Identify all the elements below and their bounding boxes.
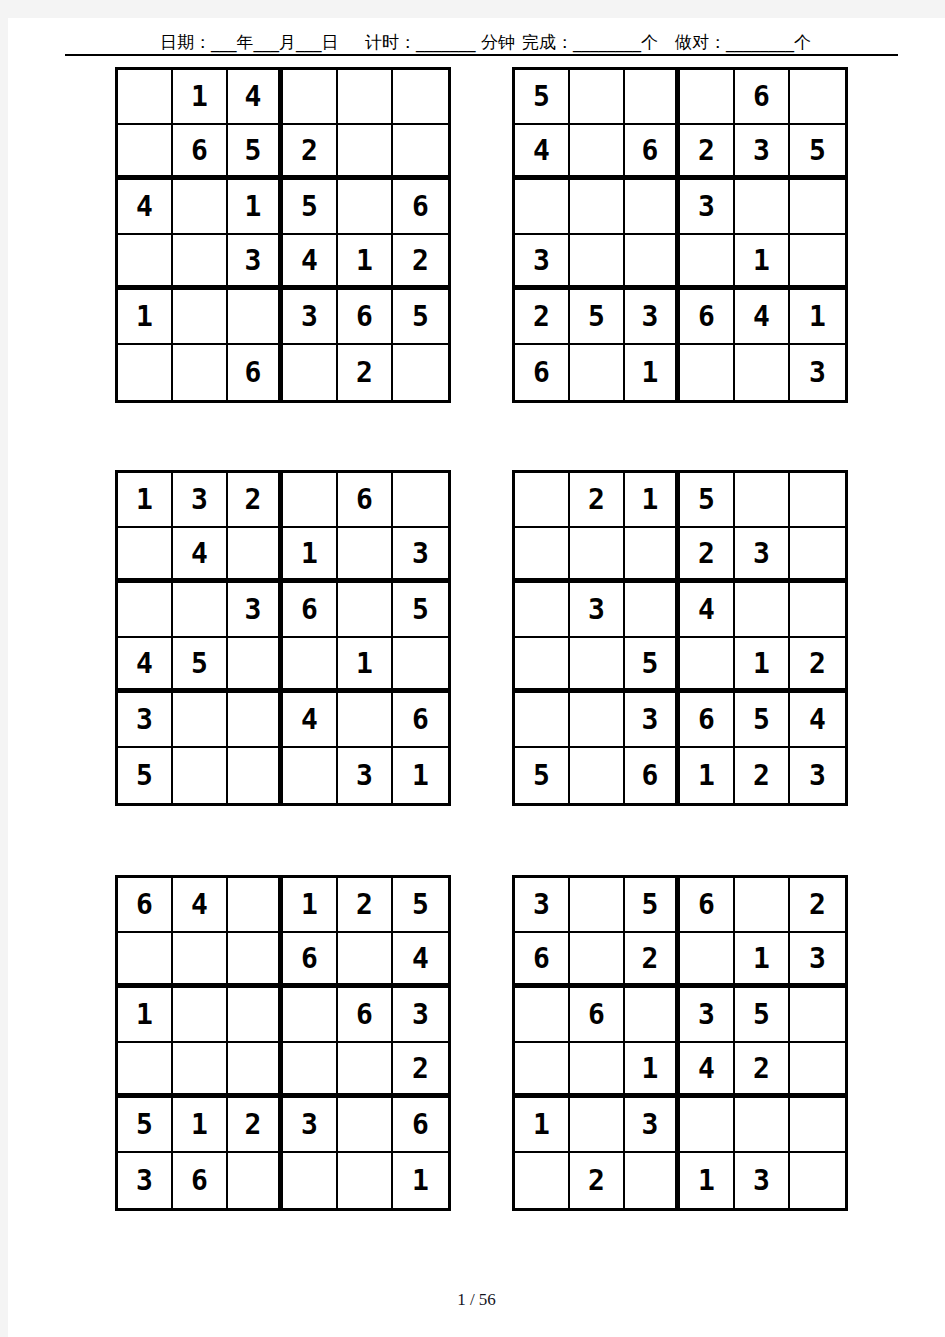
sudoku-cell-empty [228, 988, 283, 1043]
sudoku-cell-given: 1 [625, 1043, 680, 1098]
sudoku-cell-given: 6 [228, 345, 283, 400]
sudoku-cell-empty [283, 638, 338, 693]
sudoku-cell-given: 1 [338, 638, 393, 693]
sudoku-cell-given: 3 [118, 693, 173, 748]
sudoku-cell-given: 4 [118, 180, 173, 235]
sudoku-cell-empty [283, 1153, 338, 1208]
sudoku-cell-empty [118, 70, 173, 125]
sudoku-cell-empty [680, 345, 735, 400]
sudoku-cell-empty [790, 583, 845, 638]
sudoku-cell-empty [735, 473, 790, 528]
sudoku-cell-given: 5 [283, 180, 338, 235]
sudoku-cell-given: 6 [680, 878, 735, 933]
sudoku-cell-empty [570, 933, 625, 988]
sudoku-cell-empty [570, 748, 625, 803]
sudoku-cell-given: 3 [735, 125, 790, 180]
sudoku-cell-empty [570, 638, 625, 693]
sudoku-cell-given: 2 [338, 878, 393, 933]
sudoku-cell-empty [283, 1043, 338, 1098]
sudoku-cell-empty [570, 180, 625, 235]
sudoku-cell-empty [570, 693, 625, 748]
worksheet-page: 日期：___年___月___日 计时：_______ 分钟 完成：_______… [8, 18, 945, 1337]
sudoku-cell-given: 5 [118, 1098, 173, 1153]
sudoku-cell-empty [118, 933, 173, 988]
sudoku-cell-given: 3 [118, 1153, 173, 1208]
sudoku-cell-given: 3 [625, 290, 680, 345]
sudoku-cell-empty [173, 988, 228, 1043]
sudoku-cell-empty [173, 693, 228, 748]
sudoku-cell-empty [570, 1043, 625, 1098]
sudoku-cell-given: 6 [283, 583, 338, 638]
sudoku-cell-given: 6 [338, 473, 393, 528]
sudoku-cell-empty [790, 1153, 845, 1208]
sudoku-cell-empty [283, 70, 338, 125]
sudoku-cell-empty [625, 235, 680, 290]
sudoku-cell-empty [790, 70, 845, 125]
sudoku-cell-empty [228, 638, 283, 693]
sudoku-cell-given: 1 [680, 1153, 735, 1208]
sudoku-cell-given: 3 [570, 583, 625, 638]
completed-field: 完成：________个 [522, 31, 658, 53]
sudoku-cell-empty [790, 1098, 845, 1153]
sudoku-cell-given: 1 [283, 878, 338, 933]
sudoku-cell-given: 4 [515, 125, 570, 180]
sudoku-cell-empty [118, 125, 173, 180]
sudoku-cell-given: 6 [515, 345, 570, 400]
sudoku-cell-empty [570, 528, 625, 583]
sudoku-cell-empty [228, 1043, 283, 1098]
sudoku-cell-given: 2 [393, 235, 448, 290]
sudoku-cell-empty [515, 583, 570, 638]
sudoku-cell-given: 6 [570, 988, 625, 1043]
sudoku-cell-empty [338, 70, 393, 125]
sudoku-cell-empty [228, 748, 283, 803]
sudoku-cell-empty [338, 1153, 393, 1208]
sudoku-cell-empty [283, 473, 338, 528]
sudoku-cell-empty [118, 1043, 173, 1098]
sudoku-cell-given: 3 [680, 180, 735, 235]
sudoku-cell-given: 2 [680, 528, 735, 583]
sudoku-cell-given: 3 [283, 1098, 338, 1153]
sudoku-cell-given: 5 [570, 290, 625, 345]
sudoku-cell-empty [283, 345, 338, 400]
sudoku-cell-empty [228, 290, 283, 345]
sudoku-cell-given: 2 [625, 933, 680, 988]
sudoku-cell-empty [625, 70, 680, 125]
sudoku-cell-empty [515, 1043, 570, 1098]
sudoku-cell-given: 5 [515, 748, 570, 803]
sudoku-cell-empty [338, 1098, 393, 1153]
sudoku-cell-empty [338, 1043, 393, 1098]
sudoku-cell-empty [338, 180, 393, 235]
sudoku-cell-given: 4 [283, 235, 338, 290]
sudoku-cell-empty [118, 583, 173, 638]
sudoku-cell-given: 2 [680, 125, 735, 180]
sudoku-cell-given: 3 [228, 235, 283, 290]
sudoku-cell-given: 2 [735, 748, 790, 803]
sudoku-cell-given: 3 [393, 528, 448, 583]
sudoku-cell-empty [515, 528, 570, 583]
sudoku-cell-given: 6 [680, 693, 735, 748]
sudoku-grid-1: 1465241563412136562 [115, 67, 451, 403]
sudoku-cell-empty [570, 235, 625, 290]
sudoku-cell-given: 6 [393, 1098, 448, 1153]
sudoku-cell-empty [570, 878, 625, 933]
sudoku-cell-given: 3 [680, 988, 735, 1043]
sudoku-cell-given: 5 [393, 583, 448, 638]
sudoku-cell-given: 1 [625, 345, 680, 400]
sudoku-grid-4: 2152334512365456123 [512, 470, 848, 806]
sudoku-cell-empty [680, 933, 735, 988]
sudoku-cell-given: 6 [338, 290, 393, 345]
sudoku-cell-given: 5 [393, 878, 448, 933]
sudoku-cell-given: 1 [625, 473, 680, 528]
sudoku-cell-empty [680, 70, 735, 125]
sudoku-cell-empty [570, 345, 625, 400]
sudoku-cell-given: 4 [680, 1043, 735, 1098]
sudoku-cell-given: 3 [735, 1153, 790, 1208]
sudoku-cell-empty [515, 180, 570, 235]
sudoku-cell-given: 1 [338, 235, 393, 290]
sudoku-cell-empty [393, 345, 448, 400]
sudoku-cell-empty [570, 70, 625, 125]
sudoku-cell-empty [735, 878, 790, 933]
sudoku-cell-given: 1 [790, 290, 845, 345]
sudoku-cell-empty [228, 693, 283, 748]
sudoku-cell-empty [173, 583, 228, 638]
sudoku-cell-empty [173, 748, 228, 803]
sudoku-cell-given: 1 [393, 1153, 448, 1208]
sudoku-cell-given: 1 [173, 70, 228, 125]
sudoku-cell-given: 1 [173, 1098, 228, 1153]
sudoku-cell-given: 4 [283, 693, 338, 748]
sudoku-cell-given: 6 [118, 878, 173, 933]
sudoku-cell-empty [735, 345, 790, 400]
sudoku-cell-given: 4 [173, 528, 228, 583]
sudoku-cell-empty [228, 528, 283, 583]
sudoku-cell-given: 1 [118, 473, 173, 528]
sudoku-cell-empty [735, 1098, 790, 1153]
sudoku-cell-given: 1 [735, 638, 790, 693]
sudoku-cell-given: 3 [790, 933, 845, 988]
sudoku-cell-given: 2 [790, 638, 845, 693]
sudoku-cell-empty [393, 125, 448, 180]
sudoku-cell-given: 5 [735, 988, 790, 1043]
sudoku-cell-given: 2 [393, 1043, 448, 1098]
sudoku-cell-given: 1 [228, 180, 283, 235]
sudoku-cell-empty [338, 125, 393, 180]
sudoku-cell-given: 3 [790, 748, 845, 803]
sudoku-cell-given: 6 [515, 933, 570, 988]
sudoku-cell-empty [118, 528, 173, 583]
sudoku-cell-given: 5 [735, 693, 790, 748]
sudoku-cell-empty [393, 638, 448, 693]
sudoku-cell-empty [625, 583, 680, 638]
sudoku-cell-given: 6 [338, 988, 393, 1043]
sudoku-cell-empty [173, 1043, 228, 1098]
sudoku-cell-given: 6 [283, 933, 338, 988]
sudoku-cell-empty [173, 180, 228, 235]
sudoku-grid-2: 5646235331253641613 [512, 67, 848, 403]
sudoku-cell-empty [515, 638, 570, 693]
sudoku-cell-given: 2 [790, 878, 845, 933]
page-number: 1 / 56 [8, 1290, 945, 1310]
sudoku-cell-empty [515, 473, 570, 528]
sudoku-cell-empty [515, 693, 570, 748]
sudoku-cell-given: 2 [515, 290, 570, 345]
sudoku-cell-given: 4 [735, 290, 790, 345]
sudoku-cell-empty [680, 1098, 735, 1153]
sudoku-cell-empty [515, 1153, 570, 1208]
sudoku-cell-given: 5 [790, 125, 845, 180]
sudoku-cell-given: 6 [173, 125, 228, 180]
sudoku-cell-empty [283, 988, 338, 1043]
sudoku-cell-given: 2 [283, 125, 338, 180]
sudoku-cell-given: 4 [118, 638, 173, 693]
sudoku-cell-given: 3 [625, 693, 680, 748]
sudoku-cell-given: 6 [393, 180, 448, 235]
correct-field: 做对：________个 [675, 31, 811, 53]
sudoku-cell-given: 4 [393, 933, 448, 988]
sudoku-cell-given: 2 [338, 345, 393, 400]
sudoku-cell-empty [570, 1098, 625, 1153]
sudoku-cell-empty [118, 235, 173, 290]
sudoku-cell-empty [625, 1153, 680, 1208]
sudoku-cell-given: 3 [173, 473, 228, 528]
sudoku-cell-given: 5 [625, 878, 680, 933]
date-field: 日期：___年___月___日 [160, 31, 339, 53]
sudoku-cell-given: 3 [338, 748, 393, 803]
sudoku-cell-given: 1 [735, 235, 790, 290]
sudoku-cell-empty [338, 933, 393, 988]
sudoku-cell-given: 5 [625, 638, 680, 693]
sudoku-cell-given: 5 [118, 748, 173, 803]
sudoku-cell-empty [228, 1153, 283, 1208]
sudoku-grid-6: 3562621363514213213 [512, 875, 848, 1211]
sudoku-cell-given: 3 [790, 345, 845, 400]
sudoku-cell-empty [393, 473, 448, 528]
sudoku-cell-given: 2 [228, 473, 283, 528]
sudoku-cell-given: 5 [393, 290, 448, 345]
sudoku-cell-empty [735, 180, 790, 235]
sudoku-cell-given: 6 [393, 693, 448, 748]
sudoku-cell-given: 4 [173, 878, 228, 933]
sudoku-cell-given: 3 [393, 988, 448, 1043]
sudoku-cell-given: 6 [625, 748, 680, 803]
sudoku-grid-3: 1326413365451346531 [115, 470, 451, 806]
sudoku-cell-given: 6 [625, 125, 680, 180]
sudoku-cell-empty [680, 235, 735, 290]
sudoku-cell-given: 4 [790, 693, 845, 748]
sudoku-cell-empty [790, 180, 845, 235]
sudoku-grid-5: 6412564163251236361 [115, 875, 451, 1211]
sudoku-cell-given: 6 [735, 70, 790, 125]
sudoku-cell-given: 1 [283, 528, 338, 583]
sudoku-cell-given: 2 [570, 1153, 625, 1208]
sudoku-cell-empty [228, 878, 283, 933]
sudoku-cell-empty [338, 528, 393, 583]
sudoku-cell-empty [515, 988, 570, 1043]
sudoku-cell-given: 1 [515, 1098, 570, 1153]
sudoku-cell-given: 5 [515, 70, 570, 125]
page-number-text: 1 / 56 [457, 1290, 496, 1309]
sudoku-cell-empty [735, 583, 790, 638]
sudoku-cell-given: 3 [228, 583, 283, 638]
sudoku-cell-empty [625, 180, 680, 235]
sudoku-cell-given: 4 [228, 70, 283, 125]
sudoku-cell-given: 3 [735, 528, 790, 583]
sudoku-cell-empty [570, 125, 625, 180]
sudoku-cell-empty [173, 933, 228, 988]
sudoku-cell-empty [790, 528, 845, 583]
sudoku-cell-empty [625, 528, 680, 583]
sudoku-cell-empty [173, 290, 228, 345]
sudoku-cell-empty [283, 748, 338, 803]
sudoku-cell-empty [338, 693, 393, 748]
sudoku-cell-given: 5 [228, 125, 283, 180]
sudoku-cell-given: 3 [515, 878, 570, 933]
sudoku-cell-given: 1 [118, 290, 173, 345]
sudoku-cell-given: 3 [283, 290, 338, 345]
sudoku-cell-given: 1 [393, 748, 448, 803]
sudoku-cell-given: 1 [735, 933, 790, 988]
sudoku-cell-given: 6 [680, 290, 735, 345]
sudoku-cell-given: 5 [173, 638, 228, 693]
header-rule [65, 54, 898, 56]
sudoku-cell-empty [680, 638, 735, 693]
sudoku-cell-given: 4 [680, 583, 735, 638]
sudoku-cell-empty [790, 988, 845, 1043]
sudoku-cell-empty [173, 235, 228, 290]
sudoku-cell-empty [338, 583, 393, 638]
sudoku-cell-given: 3 [625, 1098, 680, 1153]
sudoku-cell-given: 2 [735, 1043, 790, 1098]
sudoku-cell-given: 3 [515, 235, 570, 290]
timer-field: 计时：_______ 分钟 [365, 31, 515, 53]
sudoku-cell-empty [790, 1043, 845, 1098]
sudoku-cell-given: 2 [228, 1098, 283, 1153]
sudoku-cell-given: 6 [173, 1153, 228, 1208]
sudoku-cell-empty [790, 235, 845, 290]
sudoku-cell-empty [228, 933, 283, 988]
sudoku-cell-empty [625, 988, 680, 1043]
sudoku-cell-empty [393, 70, 448, 125]
sudoku-cell-empty [790, 473, 845, 528]
sudoku-cell-given: 2 [570, 473, 625, 528]
sudoku-cell-given: 5 [680, 473, 735, 528]
sudoku-cell-given: 1 [118, 988, 173, 1043]
sudoku-cell-empty [118, 345, 173, 400]
sudoku-cell-empty [173, 345, 228, 400]
sudoku-cell-given: 1 [680, 748, 735, 803]
